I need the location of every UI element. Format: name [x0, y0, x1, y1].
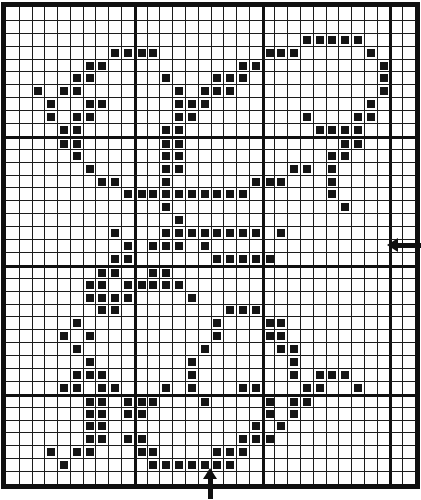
cell	[159, 123, 172, 136]
stitch-mark	[290, 358, 298, 366]
cell	[19, 7, 32, 20]
cell	[364, 355, 377, 368]
stitch-mark	[111, 178, 119, 186]
cell	[338, 97, 351, 110]
stitch-mark	[98, 398, 106, 406]
cell	[287, 420, 300, 433]
stitch-mark	[86, 332, 94, 340]
stitch-mark	[124, 242, 132, 250]
cell	[313, 291, 326, 304]
cell	[223, 252, 236, 265]
cell	[147, 432, 160, 445]
cell	[70, 7, 83, 20]
cell	[351, 278, 364, 291]
stitch-mark	[188, 100, 196, 108]
cell	[95, 368, 108, 381]
cell	[185, 175, 198, 188]
cell	[172, 445, 185, 458]
cell	[351, 265, 364, 278]
cell	[262, 123, 275, 136]
cell	[338, 252, 351, 265]
cell	[287, 187, 300, 200]
cell	[326, 46, 339, 59]
cell	[249, 162, 262, 175]
stitch-mark	[138, 281, 146, 289]
stitch-mark	[341, 140, 349, 148]
cell	[223, 136, 236, 149]
cell	[326, 316, 339, 329]
cell	[287, 97, 300, 110]
cell	[351, 187, 364, 200]
cell	[19, 355, 32, 368]
cell	[287, 329, 300, 342]
cell	[44, 394, 57, 407]
cell	[287, 110, 300, 123]
cell	[70, 149, 83, 162]
stitch-mark	[201, 100, 209, 108]
cell	[172, 342, 185, 355]
stitch-mark	[175, 165, 183, 173]
cell	[83, 368, 96, 381]
cell	[83, 59, 96, 72]
cell	[198, 213, 211, 226]
cell	[147, 252, 160, 265]
cell	[83, 458, 96, 471]
cell	[19, 316, 32, 329]
stitch-mark	[252, 62, 260, 70]
cell	[223, 316, 236, 329]
cell	[249, 97, 262, 110]
stitch-mark	[266, 319, 274, 327]
cell	[159, 175, 172, 188]
cell	[57, 175, 70, 188]
cell	[326, 278, 339, 291]
stitch-mark	[201, 242, 209, 250]
stitch-mark	[252, 255, 260, 263]
cell	[32, 226, 45, 239]
stitch-mark	[266, 435, 274, 443]
cell	[338, 329, 351, 342]
stitch-mark	[252, 229, 260, 237]
cell	[44, 329, 57, 342]
cell	[300, 458, 313, 471]
cell	[364, 46, 377, 59]
cell	[262, 329, 275, 342]
cell	[211, 175, 224, 188]
cell	[236, 407, 249, 420]
cell	[185, 149, 198, 162]
cell	[262, 355, 275, 368]
cell	[159, 149, 172, 162]
cell	[236, 278, 249, 291]
cell	[326, 71, 339, 84]
stitch-mark	[86, 398, 94, 406]
cell	[223, 110, 236, 123]
stitch-mark	[86, 435, 94, 443]
cell	[300, 407, 313, 420]
stitch-mark	[60, 140, 68, 148]
stitch-mark	[213, 255, 221, 263]
stitch-mark	[175, 190, 183, 198]
cell	[274, 291, 287, 304]
cell	[147, 149, 160, 162]
cell	[211, 394, 224, 407]
cell	[262, 316, 275, 329]
stitch-mark	[149, 398, 157, 406]
cell	[95, 316, 108, 329]
cell	[95, 458, 108, 471]
cell	[19, 342, 32, 355]
cell	[198, 355, 211, 368]
cell	[198, 200, 211, 213]
cell	[185, 226, 198, 239]
cell	[389, 213, 402, 226]
cell	[172, 226, 185, 239]
cell	[19, 84, 32, 97]
cell	[364, 291, 377, 304]
cell	[159, 213, 172, 226]
cell	[44, 46, 57, 59]
cell	[402, 458, 415, 471]
cell	[159, 136, 172, 149]
stitch-mark	[86, 422, 94, 430]
stitch-mark	[138, 410, 146, 418]
cell	[44, 381, 57, 394]
cell	[287, 278, 300, 291]
cell	[313, 71, 326, 84]
cell	[223, 471, 236, 484]
cell	[19, 20, 32, 33]
cell	[6, 7, 19, 20]
cell	[147, 458, 160, 471]
cell	[19, 187, 32, 200]
cell	[287, 7, 300, 20]
cell	[313, 175, 326, 188]
cell	[313, 162, 326, 175]
cell	[172, 213, 185, 226]
stitch-mark	[303, 384, 311, 392]
stitch-mark	[86, 74, 94, 82]
cell	[121, 84, 134, 97]
stitch-mark	[60, 332, 68, 340]
cell	[274, 265, 287, 278]
cell	[249, 59, 262, 72]
cell	[134, 136, 147, 149]
cell	[389, 304, 402, 317]
cell	[70, 316, 83, 329]
cell	[44, 445, 57, 458]
cell	[274, 458, 287, 471]
cell	[211, 329, 224, 342]
cell	[134, 316, 147, 329]
cell	[249, 200, 262, 213]
cell	[147, 71, 160, 84]
cell	[70, 458, 83, 471]
cell	[338, 200, 351, 213]
cell	[313, 239, 326, 252]
cell	[19, 71, 32, 84]
cell	[249, 71, 262, 84]
cell	[326, 355, 339, 368]
cell	[364, 200, 377, 213]
cell	[83, 226, 96, 239]
cell	[338, 239, 351, 252]
cell	[249, 394, 262, 407]
cell	[44, 407, 57, 420]
cell	[185, 71, 198, 84]
stitch-mark	[367, 100, 375, 108]
cell	[83, 84, 96, 97]
cell	[287, 304, 300, 317]
cell	[83, 46, 96, 59]
cell	[198, 342, 211, 355]
cell	[6, 33, 19, 46]
cell	[389, 368, 402, 381]
stitch-mark	[213, 319, 221, 327]
cell	[402, 342, 415, 355]
cell	[95, 420, 108, 433]
cell	[32, 458, 45, 471]
cell	[287, 162, 300, 175]
cell	[19, 445, 32, 458]
cell	[351, 123, 364, 136]
cell	[70, 381, 83, 394]
cell	[32, 252, 45, 265]
cell	[6, 329, 19, 342]
stitch-mark	[367, 49, 375, 57]
cell	[249, 381, 262, 394]
cell	[108, 278, 121, 291]
cell	[95, 200, 108, 213]
cell	[147, 20, 160, 33]
cell	[198, 432, 211, 445]
cell	[377, 342, 390, 355]
cell	[57, 471, 70, 484]
cell	[326, 265, 339, 278]
cell	[402, 136, 415, 149]
cell	[377, 407, 390, 420]
cell	[313, 136, 326, 149]
cell	[57, 432, 70, 445]
cell	[326, 33, 339, 46]
cell	[236, 342, 249, 355]
cell	[83, 381, 96, 394]
cell	[159, 97, 172, 110]
cell	[377, 445, 390, 458]
cell	[377, 175, 390, 188]
cell	[389, 381, 402, 394]
cell	[402, 7, 415, 20]
cell	[70, 33, 83, 46]
cell	[121, 200, 134, 213]
cell	[121, 432, 134, 445]
cell	[95, 304, 108, 317]
cell	[236, 239, 249, 252]
stitch-mark	[252, 178, 260, 186]
cell	[262, 291, 275, 304]
stitch-mark	[138, 398, 146, 406]
cell	[300, 20, 313, 33]
cell	[6, 278, 19, 291]
cell	[19, 420, 32, 433]
cell	[326, 445, 339, 458]
cell	[70, 252, 83, 265]
cell	[287, 84, 300, 97]
cell	[377, 291, 390, 304]
stitch-mark	[73, 371, 81, 379]
cell	[44, 110, 57, 123]
stitch-mark	[98, 384, 106, 392]
cell	[147, 110, 160, 123]
cell	[6, 471, 19, 484]
stitch-mark	[162, 152, 170, 160]
cell	[83, 291, 96, 304]
cell	[262, 304, 275, 317]
stitch-mark	[98, 371, 106, 379]
stitch-mark	[73, 113, 81, 121]
cell	[44, 213, 57, 226]
stitch-mark	[188, 358, 196, 366]
cell	[300, 110, 313, 123]
cell	[300, 175, 313, 188]
stitch-mark	[188, 190, 196, 198]
cell	[159, 394, 172, 407]
cell	[134, 162, 147, 175]
cell	[377, 187, 390, 200]
cell	[338, 46, 351, 59]
stitch-mark	[380, 62, 388, 70]
cell	[32, 162, 45, 175]
cell	[326, 226, 339, 239]
stitch-mark	[239, 435, 247, 443]
cell	[326, 123, 339, 136]
cell	[326, 420, 339, 433]
cell	[185, 381, 198, 394]
cell	[313, 7, 326, 20]
cell	[236, 471, 249, 484]
stitch-mark	[175, 461, 183, 469]
cell	[377, 149, 390, 162]
cell	[211, 84, 224, 97]
cell	[70, 278, 83, 291]
stitch-mark	[47, 113, 55, 121]
cell	[147, 213, 160, 226]
cell	[236, 213, 249, 226]
cell	[338, 136, 351, 149]
cell	[32, 7, 45, 20]
cell	[121, 175, 134, 188]
cell	[6, 291, 19, 304]
stitch-mark	[316, 36, 324, 44]
cell	[236, 7, 249, 20]
stitch-mark	[239, 74, 247, 82]
cell	[108, 329, 121, 342]
cell	[326, 471, 339, 484]
cell	[326, 59, 339, 72]
cell	[198, 187, 211, 200]
cell	[70, 71, 83, 84]
cell	[223, 394, 236, 407]
cell	[121, 368, 134, 381]
cell	[172, 355, 185, 368]
cell	[300, 239, 313, 252]
cell	[198, 420, 211, 433]
cell	[57, 239, 70, 252]
cell	[211, 46, 224, 59]
cell	[95, 471, 108, 484]
cell	[83, 71, 96, 84]
cell	[300, 84, 313, 97]
cell	[287, 123, 300, 136]
stitch-mark	[175, 140, 183, 148]
cell	[159, 239, 172, 252]
cell	[95, 329, 108, 342]
cell	[32, 394, 45, 407]
cell	[44, 316, 57, 329]
cell	[338, 162, 351, 175]
cell	[300, 381, 313, 394]
cell	[32, 187, 45, 200]
cell	[351, 97, 364, 110]
cell	[262, 175, 275, 188]
cell	[172, 278, 185, 291]
cell	[249, 123, 262, 136]
stitch-mark	[175, 152, 183, 160]
cell	[70, 200, 83, 213]
stitch-mark	[277, 345, 285, 353]
cell	[211, 7, 224, 20]
cell	[223, 213, 236, 226]
stitch-mark	[86, 281, 94, 289]
cell	[147, 33, 160, 46]
cell	[147, 200, 160, 213]
cell	[121, 33, 134, 46]
cell	[32, 200, 45, 213]
cell	[326, 304, 339, 317]
stitch-mark	[277, 178, 285, 186]
cell	[83, 123, 96, 136]
stitch-mark	[328, 152, 336, 160]
cell	[198, 304, 211, 317]
cell	[95, 7, 108, 20]
cell	[287, 175, 300, 188]
cell	[198, 278, 211, 291]
cell	[338, 149, 351, 162]
cell	[364, 471, 377, 484]
cell	[6, 445, 19, 458]
cell	[211, 187, 224, 200]
stitch-mark	[290, 398, 298, 406]
cell	[351, 136, 364, 149]
cell	[262, 239, 275, 252]
cell	[108, 123, 121, 136]
cell	[236, 149, 249, 162]
cell	[108, 394, 121, 407]
stitch-mark	[149, 281, 157, 289]
cell	[57, 162, 70, 175]
stitch-mark	[316, 371, 324, 379]
cell	[70, 471, 83, 484]
cell	[57, 7, 70, 20]
cell	[338, 458, 351, 471]
cell	[32, 407, 45, 420]
cell	[134, 97, 147, 110]
cell	[300, 123, 313, 136]
cell	[19, 33, 32, 46]
cell	[172, 432, 185, 445]
cell	[287, 200, 300, 213]
cell	[313, 110, 326, 123]
